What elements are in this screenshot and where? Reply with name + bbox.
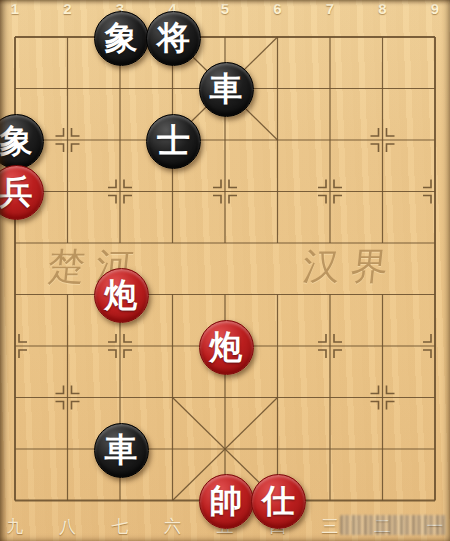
piece-red-cannon[interactable]: 炮	[94, 268, 149, 323]
piece-black-general[interactable]: 将	[146, 11, 201, 66]
file-label-bottom-2: 八	[53, 516, 83, 538]
file-label-bottom-3: 七	[105, 516, 135, 538]
piece-black-chariot[interactable]: 車	[199, 62, 254, 117]
river-label-han-jie: 汉界	[301, 247, 401, 287]
piece-black-chariot[interactable]: 車	[94, 423, 149, 478]
xiangqi-board[interactable]: 楚河 汉界 123456789 九八七六五四三二一 象将車象士兵炮炮車帥仕	[0, 0, 450, 541]
piece-red-cannon[interactable]: 炮	[199, 320, 254, 375]
file-label-top-5: 5	[210, 0, 240, 18]
file-label-top-1: 1	[0, 0, 30, 18]
watermark	[340, 515, 446, 535]
file-label-bottom-1: 九	[0, 516, 30, 538]
file-label-top-7: 7	[315, 0, 345, 18]
file-label-top-8: 8	[368, 0, 398, 18]
file-label-top-6: 6	[263, 0, 293, 18]
piece-red-advisor[interactable]: 仕	[251, 474, 306, 529]
file-label-top-2: 2	[53, 0, 83, 18]
piece-black-advisor[interactable]: 士	[146, 114, 201, 169]
file-label-top-9: 9	[420, 0, 450, 18]
piece-black-elephant[interactable]: 象	[94, 11, 149, 66]
piece-red-general[interactable]: 帥	[199, 474, 254, 529]
file-label-bottom-4: 六	[158, 516, 188, 538]
